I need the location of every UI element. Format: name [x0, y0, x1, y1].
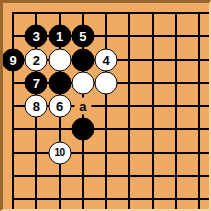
- white-stone-move-10: 10: [48, 141, 71, 164]
- stone-move-number: 9: [9, 53, 16, 66]
- grid-line-horizontal: [12, 152, 209, 154]
- go-board-frame: a31592478610: [0, 0, 211, 211]
- white-stone-move-6: 6: [48, 95, 71, 118]
- white-stone-move-2: 2: [25, 48, 48, 71]
- grid-line-vertical: [198, 12, 200, 209]
- grid-line-horizontal: [12, 128, 209, 130]
- white-stone-move-8: 8: [25, 95, 48, 118]
- black-stone-move-7: 7: [25, 71, 48, 94]
- grid-line-vertical: [128, 12, 130, 209]
- stone-move-number: 8: [33, 100, 40, 113]
- stone-move-number: 10: [54, 148, 64, 158]
- grid-line-horizontal: [12, 198, 209, 200]
- stone-move-number: 2: [33, 53, 40, 66]
- black-stone: [71, 48, 94, 71]
- stone-move-number: 4: [102, 53, 109, 66]
- stone-move-number: 6: [56, 100, 63, 113]
- black-stone-move-5: 5: [71, 25, 94, 48]
- grid-line-horizontal: [12, 12, 209, 14]
- grid-line-vertical: [152, 12, 154, 209]
- stone-move-number: 1: [56, 30, 63, 43]
- grid-line-vertical: [12, 12, 14, 209]
- white-stone: [71, 71, 94, 94]
- white-stone: [95, 71, 118, 94]
- black-stone-move-9: 9: [3, 48, 25, 71]
- stone-move-number: 5: [79, 30, 86, 43]
- black-stone: [71, 118, 94, 141]
- grid-line-horizontal: [12, 175, 209, 177]
- white-stone-move-4: 4: [95, 48, 118, 71]
- go-board: a31592478610: [3, 3, 209, 209]
- white-stone: [48, 48, 71, 71]
- stone-move-number: 7: [33, 76, 40, 89]
- black-stone-move-3: 3: [25, 25, 48, 48]
- black-stone: [48, 71, 71, 94]
- point-label-a: a: [74, 98, 91, 115]
- black-stone-move-1: 1: [48, 25, 71, 48]
- grid-line-vertical: [175, 12, 177, 209]
- grid-line-vertical: [105, 12, 107, 209]
- stone-move-number: 3: [33, 30, 40, 43]
